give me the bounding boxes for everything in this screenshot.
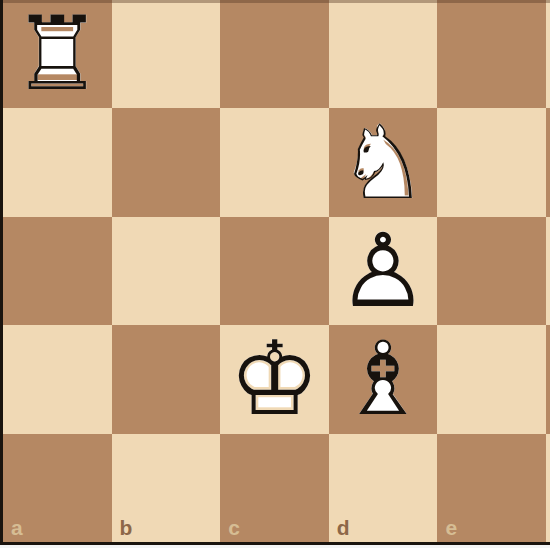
file-label-b: b	[120, 517, 133, 538]
square-c3[interactable]	[220, 217, 329, 325]
square-e4[interactable]	[437, 108, 546, 216]
file-label-c: c	[228, 517, 240, 538]
square-d5[interactable]	[329, 0, 438, 108]
square-e2[interactable]	[437, 325, 546, 433]
square-a5[interactable]: ♜♖	[3, 0, 112, 108]
square-b5[interactable]	[112, 0, 221, 108]
piece-white-rook[interactable]: ♜♖	[3, 0, 112, 108]
square-b1[interactable]: b	[112, 434, 221, 542]
window-left-border	[0, 0, 3, 545]
square-f1[interactable]	[546, 434, 550, 542]
piece-white-knight[interactable]: ♞♘	[329, 108, 438, 216]
piece-white-king[interactable]: ♚♔	[220, 325, 329, 433]
knight-glyph-outline: ♘	[329, 108, 438, 216]
square-d2[interactable]: ♝♗	[329, 325, 438, 433]
square-b2[interactable]	[112, 325, 221, 433]
rook-glyph-outline: ♖	[3, 0, 112, 108]
piece-white-pawn[interactable]: ♟♙	[329, 217, 438, 325]
square-f4[interactable]	[546, 108, 550, 216]
square-c2[interactable]: ♚♔	[220, 325, 329, 433]
square-c1[interactable]: c	[220, 434, 329, 542]
square-a2[interactable]	[3, 325, 112, 433]
square-d1[interactable]: d	[329, 434, 438, 542]
piece-white-bishop[interactable]: ♝♗	[329, 325, 438, 433]
square-b3[interactable]	[112, 217, 221, 325]
square-a1[interactable]: a	[3, 434, 112, 542]
square-a4[interactable]	[3, 108, 112, 216]
square-f3[interactable]	[546, 217, 550, 325]
file-label-d: d	[337, 517, 350, 538]
pawn-glyph-outline: ♙	[329, 217, 438, 325]
chess-app-window: ♜♖♞♘♟♙♚♔♝♗abcde	[0, 0, 550, 548]
king-glyph-outline: ♔	[220, 325, 329, 433]
square-f5[interactable]	[546, 0, 550, 108]
square-f2[interactable]	[546, 325, 550, 433]
file-label-a: a	[11, 517, 23, 538]
square-d3[interactable]: ♟♙	[329, 217, 438, 325]
square-e5[interactable]	[437, 0, 546, 108]
square-e1[interactable]: e	[437, 434, 546, 542]
square-c4[interactable]	[220, 108, 329, 216]
bishop-glyph-outline: ♗	[329, 325, 438, 433]
square-c5[interactable]	[220, 0, 329, 108]
chess-board: ♜♖♞♘♟♙♚♔♝♗abcde	[3, 0, 550, 542]
square-b4[interactable]	[112, 108, 221, 216]
square-d4[interactable]: ♞♘	[329, 108, 438, 216]
file-label-e: e	[445, 517, 457, 538]
square-e3[interactable]	[437, 217, 546, 325]
square-a3[interactable]	[3, 217, 112, 325]
